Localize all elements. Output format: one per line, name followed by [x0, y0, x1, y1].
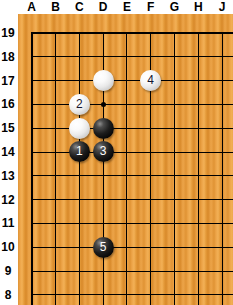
black-stone-C14: 1: [69, 141, 90, 162]
star-point-D16: [101, 102, 106, 107]
row-label-18: 18: [0, 50, 16, 64]
row-label-8: 8: [0, 288, 16, 302]
go-diagram: { "game": "go", "title": "Go opening dia…: [0, 0, 233, 305]
row-label-9: 9: [0, 264, 16, 278]
row-label-11: 11: [0, 216, 16, 230]
white-stone-C16: 2: [69, 94, 90, 115]
row-label-12: 12: [0, 193, 16, 207]
go-board[interactable]: 42135: [18, 14, 233, 305]
black-stone-D14: 3: [93, 141, 114, 162]
row-label-10: 10: [0, 240, 16, 254]
row-label-17: 17: [0, 74, 16, 88]
col-label-A: A: [20, 0, 44, 14]
black-stone-D10: 5: [93, 237, 114, 258]
col-label-C: C: [67, 0, 91, 14]
col-label-H: H: [186, 0, 210, 14]
col-label-E: E: [115, 0, 139, 14]
col-label-B: B: [44, 0, 68, 14]
intersection-grid: 42135: [20, 21, 233, 305]
col-label-F: F: [139, 0, 163, 14]
row-label-13: 13: [0, 169, 16, 183]
black-stone-D15: [93, 118, 114, 139]
row-label-19: 19: [0, 26, 16, 40]
col-label-D: D: [91, 0, 115, 14]
col-label-J: J: [210, 0, 233, 14]
white-stone-F17: 4: [140, 70, 161, 91]
col-label-G: G: [163, 0, 187, 14]
row-label-14: 14: [0, 145, 16, 159]
white-stone-C15: [69, 118, 90, 139]
row-label-16: 16: [0, 97, 16, 111]
row-label-15: 15: [0, 121, 16, 135]
white-stone-D17: [93, 70, 114, 91]
